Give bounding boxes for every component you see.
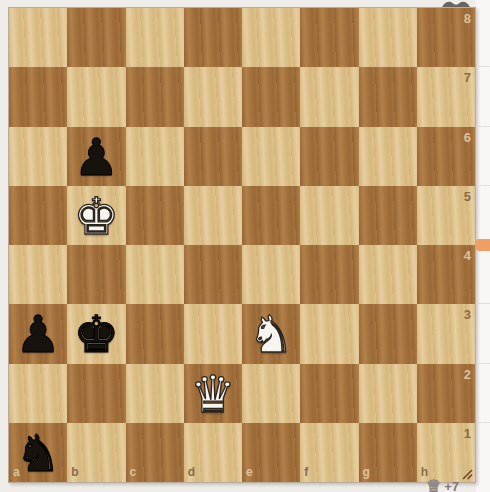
square-e8[interactable] bbox=[242, 8, 300, 67]
square-b3[interactable]: ♚ bbox=[67, 304, 125, 363]
board-resize-handle-icon[interactable] bbox=[461, 468, 473, 480]
chess-board: 87♟6♚54♟♚♞3♛2a♞bcdefg1h bbox=[8, 7, 476, 483]
file-label-c: c bbox=[130, 465, 137, 479]
square-d5[interactable] bbox=[184, 186, 242, 245]
square-f8[interactable] bbox=[300, 8, 358, 67]
file-label-b: b bbox=[71, 465, 78, 479]
margin-line bbox=[477, 66, 490, 67]
square-e5[interactable] bbox=[242, 186, 300, 245]
margin-line bbox=[477, 303, 490, 304]
orange-tab-marker[interactable] bbox=[476, 239, 490, 251]
square-a3[interactable]: ♟ bbox=[9, 304, 67, 363]
square-b6[interactable]: ♟ bbox=[67, 127, 125, 186]
square-a4[interactable] bbox=[9, 245, 67, 304]
square-f2[interactable] bbox=[300, 364, 358, 423]
square-b1[interactable]: b bbox=[67, 423, 125, 482]
file-label-f: f bbox=[304, 465, 308, 479]
page: 87♟6♚54♟♚♞3♛2a♞bcdefg1h ♛ +7 bbox=[0, 0, 490, 492]
square-h7[interactable]: 7 bbox=[417, 67, 475, 126]
square-b2[interactable] bbox=[67, 364, 125, 423]
square-c5[interactable] bbox=[126, 186, 184, 245]
square-a8[interactable] bbox=[9, 8, 67, 67]
square-b7[interactable] bbox=[67, 67, 125, 126]
rank-label-4: 4 bbox=[464, 248, 471, 263]
square-g4[interactable] bbox=[359, 245, 417, 304]
square-f4[interactable] bbox=[300, 245, 358, 304]
white-knight[interactable]: ♞ bbox=[242, 304, 300, 363]
margin-line bbox=[477, 126, 490, 127]
square-e1[interactable]: e bbox=[242, 423, 300, 482]
square-d2[interactable]: ♛ bbox=[184, 364, 242, 423]
black-king[interactable]: ♚ bbox=[67, 304, 125, 363]
square-g1[interactable]: g bbox=[359, 423, 417, 482]
black-knight[interactable]: ♞ bbox=[9, 423, 67, 482]
white-queen[interactable]: ♛ bbox=[184, 364, 242, 423]
square-h4[interactable]: 4 bbox=[417, 245, 475, 304]
square-c2[interactable] bbox=[126, 364, 184, 423]
square-c7[interactable] bbox=[126, 67, 184, 126]
square-c4[interactable] bbox=[126, 245, 184, 304]
material-indicator: ♛ +7 bbox=[426, 478, 459, 492]
file-label-e: e bbox=[246, 465, 253, 479]
material-score: +7 bbox=[444, 479, 459, 492]
square-h6[interactable]: 6 bbox=[417, 127, 475, 186]
square-h5[interactable]: 5 bbox=[417, 186, 475, 245]
white-king[interactable]: ♚ bbox=[67, 186, 125, 245]
square-h2[interactable]: 2 bbox=[417, 364, 475, 423]
square-f1[interactable]: f bbox=[300, 423, 358, 482]
square-a1[interactable]: a♞ bbox=[9, 423, 67, 482]
square-a5[interactable] bbox=[9, 186, 67, 245]
square-f3[interactable] bbox=[300, 304, 358, 363]
square-e6[interactable] bbox=[242, 127, 300, 186]
square-e3[interactable]: ♞ bbox=[242, 304, 300, 363]
rank-label-1: 1 bbox=[464, 426, 471, 441]
rank-label-3: 3 bbox=[464, 307, 471, 322]
square-a7[interactable] bbox=[9, 67, 67, 126]
margin-line bbox=[477, 185, 490, 186]
square-e2[interactable] bbox=[242, 364, 300, 423]
square-f7[interactable] bbox=[300, 67, 358, 126]
rank-label-6: 6 bbox=[464, 130, 471, 145]
square-g8[interactable] bbox=[359, 8, 417, 67]
square-d1[interactable]: d bbox=[184, 423, 242, 482]
file-label-g: g bbox=[363, 465, 370, 479]
square-a6[interactable] bbox=[9, 127, 67, 186]
file-label-d: d bbox=[188, 465, 195, 479]
square-g6[interactable] bbox=[359, 127, 417, 186]
square-e4[interactable] bbox=[242, 245, 300, 304]
black-pawn[interactable]: ♟ bbox=[9, 304, 67, 363]
square-c8[interactable] bbox=[126, 8, 184, 67]
square-h8[interactable]: 8 bbox=[417, 8, 475, 67]
square-e7[interactable] bbox=[242, 67, 300, 126]
square-f6[interactable] bbox=[300, 127, 358, 186]
square-f5[interactable] bbox=[300, 186, 358, 245]
square-d7[interactable] bbox=[184, 67, 242, 126]
square-c1[interactable]: c bbox=[126, 423, 184, 482]
square-c3[interactable] bbox=[126, 304, 184, 363]
margin-line bbox=[477, 363, 490, 364]
square-d4[interactable] bbox=[184, 245, 242, 304]
square-b5[interactable]: ♚ bbox=[67, 186, 125, 245]
margin-line bbox=[477, 422, 490, 423]
avatar-shoulders-icon bbox=[441, 0, 471, 7]
square-g5[interactable] bbox=[359, 186, 417, 245]
black-pawn[interactable]: ♟ bbox=[67, 127, 125, 186]
square-g2[interactable] bbox=[359, 364, 417, 423]
rank-label-7: 7 bbox=[464, 70, 471, 85]
square-d3[interactable] bbox=[184, 304, 242, 363]
square-b8[interactable] bbox=[67, 8, 125, 67]
rank-label-8: 8 bbox=[464, 11, 471, 26]
captured-queen-icon: ♛ bbox=[426, 478, 441, 492]
square-c6[interactable] bbox=[126, 127, 184, 186]
rank-label-5: 5 bbox=[464, 189, 471, 204]
square-b4[interactable] bbox=[67, 245, 125, 304]
rank-label-2: 2 bbox=[464, 367, 471, 382]
square-g3[interactable] bbox=[359, 304, 417, 363]
square-h3[interactable]: 3 bbox=[417, 304, 475, 363]
square-a2[interactable] bbox=[9, 364, 67, 423]
square-g7[interactable] bbox=[359, 67, 417, 126]
square-d6[interactable] bbox=[184, 127, 242, 186]
square-d8[interactable] bbox=[184, 8, 242, 67]
